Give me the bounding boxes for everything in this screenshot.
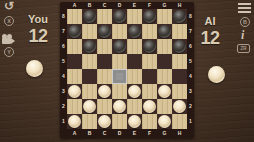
light-piece[interactable] bbox=[83, 100, 96, 113]
square-a7[interactable] bbox=[67, 24, 82, 39]
file-label: C bbox=[97, 131, 112, 136]
light-piece[interactable] bbox=[143, 100, 156, 113]
ai-piece-indicator bbox=[208, 66, 225, 83]
square-c4[interactable] bbox=[97, 69, 112, 84]
rank-label: 3 bbox=[61, 84, 66, 99]
file-labels-bottom: ABCDEFGH bbox=[67, 131, 187, 136]
square-d2[interactable] bbox=[112, 99, 127, 114]
rank-label: 4 bbox=[188, 69, 193, 84]
square-e7[interactable] bbox=[127, 24, 142, 39]
rank-label: 2 bbox=[61, 99, 66, 114]
square-e5[interactable] bbox=[127, 54, 142, 69]
square-b8[interactable] bbox=[82, 9, 97, 24]
square-c5[interactable] bbox=[97, 54, 112, 69]
player-you-piece-count: 12 bbox=[18, 26, 58, 47]
dark-piece[interactable] bbox=[113, 10, 126, 23]
dark-piece[interactable] bbox=[68, 25, 81, 38]
square-a5[interactable] bbox=[67, 54, 82, 69]
rank-label: 7 bbox=[61, 24, 66, 39]
square-g5[interactable] bbox=[157, 54, 172, 69]
file-label: H bbox=[172, 3, 187, 8]
square-a2[interactable] bbox=[67, 99, 82, 114]
rank-label: 3 bbox=[188, 84, 193, 99]
dark-piece[interactable] bbox=[83, 40, 96, 53]
square-g6[interactable] bbox=[157, 39, 172, 54]
player-you-name: You bbox=[20, 13, 56, 25]
undo-icon[interactable]: ↺ bbox=[4, 0, 14, 13]
file-label: E bbox=[127, 131, 142, 136]
square-e8[interactable] bbox=[127, 9, 142, 24]
zr-button-icon[interactable]: ZR bbox=[237, 44, 250, 53]
file-label: G bbox=[157, 3, 172, 8]
file-labels-top: ABCDEFGH bbox=[67, 3, 187, 8]
square-e2[interactable] bbox=[127, 99, 142, 114]
light-piece[interactable] bbox=[98, 115, 111, 128]
dark-piece[interactable] bbox=[98, 25, 111, 38]
camera-body-icon bbox=[2, 38, 11, 44]
rank-label: 5 bbox=[61, 54, 66, 69]
file-label: C bbox=[97, 3, 112, 8]
dark-piece[interactable] bbox=[143, 40, 156, 53]
rank-labels-left: 87654321 bbox=[61, 9, 66, 129]
square-g4[interactable] bbox=[157, 69, 172, 84]
dark-piece[interactable] bbox=[173, 40, 186, 53]
square-h1[interactable] bbox=[172, 114, 187, 129]
light-piece[interactable] bbox=[128, 115, 141, 128]
rank-label: 7 bbox=[188, 24, 193, 39]
square-f3[interactable] bbox=[142, 84, 157, 99]
file-label: H bbox=[172, 131, 187, 136]
square-c3[interactable] bbox=[97, 84, 112, 99]
light-piece[interactable] bbox=[173, 100, 186, 113]
player-ai-piece-count: 12 bbox=[190, 28, 230, 49]
light-piece[interactable] bbox=[128, 85, 141, 98]
square-d4[interactable] bbox=[112, 69, 127, 84]
rank-label: 6 bbox=[61, 39, 66, 54]
square-a4[interactable] bbox=[67, 69, 82, 84]
dark-piece[interactable] bbox=[113, 40, 126, 53]
camera-icon[interactable] bbox=[2, 34, 16, 45]
player-ai-name: AI bbox=[192, 15, 228, 27]
square-g2[interactable] bbox=[157, 99, 172, 114]
square-f6[interactable] bbox=[142, 39, 157, 54]
square-f4[interactable] bbox=[142, 69, 157, 84]
file-label: A bbox=[67, 3, 82, 8]
square-f1[interactable] bbox=[142, 114, 157, 129]
light-piece[interactable] bbox=[158, 115, 171, 128]
square-d7[interactable] bbox=[112, 24, 127, 39]
light-piece[interactable] bbox=[98, 85, 111, 98]
file-label: A bbox=[67, 131, 82, 136]
dark-piece[interactable] bbox=[143, 10, 156, 23]
square-h6[interactable] bbox=[172, 39, 187, 54]
square-b6[interactable] bbox=[82, 39, 97, 54]
checkers-app: ↺ X Y B i ZR You 12 AI 12 ABCDEFGH ABCDE… bbox=[0, 0, 254, 142]
menu-icon[interactable] bbox=[238, 3, 251, 14]
info-icon[interactable]: i bbox=[241, 28, 244, 43]
square-a6[interactable] bbox=[67, 39, 82, 54]
file-label: E bbox=[127, 3, 142, 8]
square-c6[interactable] bbox=[97, 39, 112, 54]
square-e4[interactable] bbox=[127, 69, 142, 84]
light-piece[interactable] bbox=[158, 85, 171, 98]
square-b3[interactable] bbox=[82, 84, 97, 99]
square-h8[interactable] bbox=[172, 9, 187, 24]
square-c2[interactable] bbox=[97, 99, 112, 114]
square-f7[interactable] bbox=[142, 24, 157, 39]
camera-lens-icon bbox=[11, 38, 15, 44]
square-e3[interactable] bbox=[127, 84, 142, 99]
square-c1[interactable] bbox=[97, 114, 112, 129]
square-d6[interactable] bbox=[112, 39, 127, 54]
light-piece[interactable] bbox=[68, 115, 81, 128]
rank-label: 8 bbox=[188, 9, 193, 24]
dark-piece[interactable] bbox=[158, 25, 171, 38]
square-h2[interactable] bbox=[172, 99, 187, 114]
square-h4[interactable] bbox=[172, 69, 187, 84]
file-label: D bbox=[112, 131, 127, 136]
square-e1[interactable] bbox=[127, 114, 142, 129]
square-g1[interactable] bbox=[157, 114, 172, 129]
square-g7[interactable] bbox=[157, 24, 172, 39]
square-h3[interactable] bbox=[172, 84, 187, 99]
light-piece[interactable] bbox=[113, 100, 126, 113]
x-button-icon[interactable]: X bbox=[4, 16, 14, 26]
rank-label: 1 bbox=[188, 114, 193, 129]
b-button-icon[interactable]: B bbox=[240, 17, 250, 27]
file-label: F bbox=[142, 131, 157, 136]
dark-piece[interactable] bbox=[173, 10, 186, 23]
rank-label: 6 bbox=[188, 39, 193, 54]
square-a8[interactable] bbox=[67, 9, 82, 24]
y-button-icon[interactable]: Y bbox=[4, 47, 14, 57]
board: ABCDEFGH ABCDEFGH 87654321 87654321 bbox=[60, 2, 194, 138]
dark-piece[interactable] bbox=[83, 10, 96, 23]
board-grid[interactable] bbox=[67, 9, 187, 129]
square-b4[interactable] bbox=[82, 69, 97, 84]
square-h7[interactable] bbox=[172, 24, 187, 39]
light-piece[interactable] bbox=[68, 85, 81, 98]
square-a3[interactable] bbox=[67, 84, 82, 99]
rank-label: 5 bbox=[188, 54, 193, 69]
square-b2[interactable] bbox=[82, 99, 97, 114]
you-piece-indicator bbox=[26, 60, 43, 77]
file-label: G bbox=[157, 131, 172, 136]
file-label: B bbox=[82, 3, 97, 8]
square-a1[interactable] bbox=[67, 114, 82, 129]
square-d5[interactable] bbox=[112, 54, 127, 69]
square-d8[interactable] bbox=[112, 9, 127, 24]
square-e6[interactable] bbox=[127, 39, 142, 54]
rank-label: 4 bbox=[61, 69, 66, 84]
file-label: F bbox=[142, 3, 157, 8]
rank-label: 8 bbox=[61, 9, 66, 24]
square-b7[interactable] bbox=[82, 24, 97, 39]
square-f2[interactable] bbox=[142, 99, 157, 114]
file-label: D bbox=[112, 3, 127, 8]
rank-label: 1 bbox=[61, 114, 66, 129]
square-c8[interactable] bbox=[97, 9, 112, 24]
square-f5[interactable] bbox=[142, 54, 157, 69]
file-label: B bbox=[82, 131, 97, 136]
square-d3[interactable] bbox=[112, 84, 127, 99]
rank-labels-right: 87654321 bbox=[188, 9, 193, 129]
square-f8[interactable] bbox=[142, 9, 157, 24]
square-b5[interactable] bbox=[82, 54, 97, 69]
square-g3[interactable] bbox=[157, 84, 172, 99]
square-b1[interactable] bbox=[82, 114, 97, 129]
dark-piece[interactable] bbox=[128, 25, 141, 38]
square-d1[interactable] bbox=[112, 114, 127, 129]
square-h5[interactable] bbox=[172, 54, 187, 69]
square-c7[interactable] bbox=[97, 24, 112, 39]
square-g8[interactable] bbox=[157, 9, 172, 24]
rank-label: 2 bbox=[188, 99, 193, 114]
